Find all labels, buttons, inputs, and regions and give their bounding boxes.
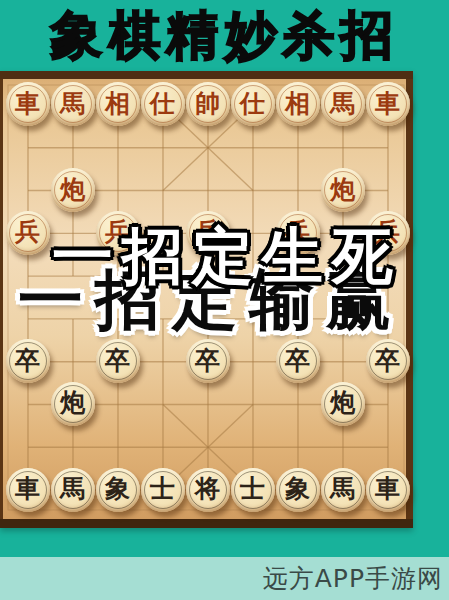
piece-red-elephant[interactable]: 相: [276, 82, 320, 126]
piece-black-advisor[interactable]: 士: [141, 468, 185, 512]
piece-character: 象: [285, 476, 310, 501]
piece-character: 兵: [375, 219, 400, 244]
piece-black-soldier[interactable]: 卒: [96, 339, 140, 383]
piece-black-general[interactable]: 将: [186, 468, 230, 512]
piece-black-soldier[interactable]: 卒: [6, 339, 50, 383]
piece-red-chariot[interactable]: 車: [6, 82, 50, 126]
title-banner: 象棋精妙杀招: [0, 0, 449, 71]
piece-character: 相: [285, 91, 310, 116]
piece-black-cannon[interactable]: 炮: [321, 382, 365, 426]
piece-red-horse[interactable]: 馬: [321, 82, 365, 126]
piece-character: 車: [15, 91, 40, 116]
piece-character: 卒: [105, 348, 130, 373]
piece-black-soldier[interactable]: 卒: [366, 339, 410, 383]
piece-character: 士: [150, 476, 175, 501]
watermark-text: 远方APP手游网: [263, 562, 449, 595]
piece-black-chariot[interactable]: 車: [6, 468, 50, 512]
piece-red-soldier[interactable]: 兵: [96, 211, 140, 255]
piece-character: 炮: [60, 177, 85, 202]
piece-red-soldier[interactable]: 兵: [186, 211, 230, 255]
piece-character: 卒: [15, 348, 40, 373]
piece-black-horse[interactable]: 馬: [51, 468, 95, 512]
piece-character: 馬: [60, 476, 85, 501]
piece-black-elephant[interactable]: 象: [276, 468, 320, 512]
piece-character: 仕: [240, 91, 265, 116]
piece-red-cannon[interactable]: 炮: [321, 168, 365, 212]
piece-red-general[interactable]: 帥: [186, 82, 230, 126]
piece-character: 仕: [150, 91, 175, 116]
piece-character: 兵: [15, 219, 40, 244]
piece-character: 炮: [330, 390, 355, 415]
piece-black-horse[interactable]: 馬: [321, 468, 365, 512]
piece-red-soldier[interactable]: 兵: [276, 211, 320, 255]
piece-black-elephant[interactable]: 象: [96, 468, 140, 512]
piece-black-chariot[interactable]: 車: [366, 468, 410, 512]
piece-black-soldier[interactable]: 卒: [276, 339, 320, 383]
piece-character: 象: [105, 476, 130, 501]
piece-red-cannon[interactable]: 炮: [51, 168, 95, 212]
piece-character: 卒: [285, 348, 310, 373]
piece-black-advisor[interactable]: 士: [231, 468, 275, 512]
piece-character: 炮: [330, 177, 355, 202]
piece-red-elephant[interactable]: 相: [96, 82, 140, 126]
piece-character: 兵: [105, 219, 130, 244]
piece-character: 将: [195, 476, 220, 501]
piece-black-cannon[interactable]: 炮: [51, 382, 95, 426]
piece-black-soldier[interactable]: 卒: [186, 339, 230, 383]
piece-character: 兵: [285, 219, 310, 244]
piece-character: 車: [375, 91, 400, 116]
piece-character: 卒: [195, 348, 220, 373]
page: 象棋精妙杀招 車馬相仕帥仕相馬車炮炮兵兵兵兵兵卒卒卒卒卒炮炮車馬象士将士象馬車 …: [0, 0, 449, 600]
piece-character: 車: [15, 476, 40, 501]
piece-red-chariot[interactable]: 車: [366, 82, 410, 126]
footer-band: 远方APP手游网: [0, 557, 449, 600]
xiangqi-board[interactable]: 車馬相仕帥仕相馬車炮炮兵兵兵兵兵卒卒卒卒卒炮炮車馬象士将士象馬車: [0, 71, 413, 528]
piece-character: 相: [105, 91, 130, 116]
piece-character: 馬: [60, 91, 85, 116]
piece-character: 馬: [330, 91, 355, 116]
piece-red-soldier[interactable]: 兵: [6, 211, 50, 255]
piece-grid: 車馬相仕帥仕相馬車炮炮兵兵兵兵兵卒卒卒卒卒炮炮車馬象士将士象馬車: [5, 83, 410, 511]
piece-character: 帥: [195, 91, 220, 116]
piece-red-advisor[interactable]: 仕: [231, 82, 275, 126]
piece-character: 士: [240, 476, 265, 501]
piece-red-horse[interactable]: 馬: [51, 82, 95, 126]
piece-character: 馬: [330, 476, 355, 501]
piece-character: 卒: [375, 348, 400, 373]
piece-character: 炮: [60, 390, 85, 415]
piece-character: 兵: [195, 219, 220, 244]
piece-red-soldier[interactable]: 兵: [366, 211, 410, 255]
piece-red-advisor[interactable]: 仕: [141, 82, 185, 126]
piece-character: 車: [375, 476, 400, 501]
page-title: 象棋精妙杀招: [51, 1, 399, 71]
